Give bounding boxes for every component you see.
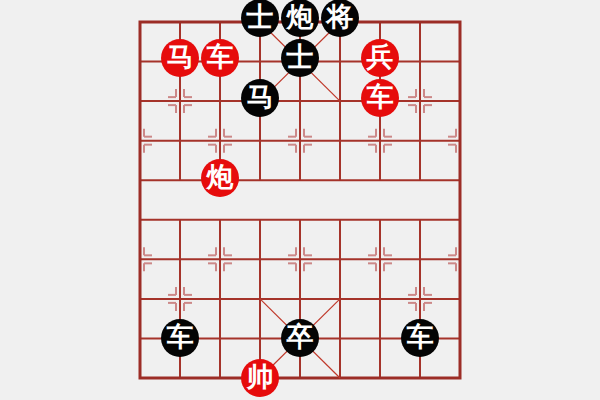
black-advisor-piece[interactable]: 士 — [281, 39, 319, 77]
piece-glyph: 卒 — [287, 324, 314, 351]
piece-glyph: 炮 — [287, 4, 314, 31]
red-chariot-piece[interactable]: 车 — [361, 79, 399, 117]
red-general-piece[interactable]: 帅 — [241, 359, 279, 397]
red-cannon-piece[interactable]: 炮 — [201, 159, 239, 197]
xiangqi-screen: 士炮将马车士兵马车炮车卒车帅 — [0, 0, 600, 400]
black-chariot-piece[interactable]: 车 — [161, 319, 199, 357]
black-advisor-piece[interactable]: 士 — [241, 0, 279, 37]
red-horse-piece[interactable]: 马 — [161, 39, 199, 77]
piece-glyph: 士 — [247, 4, 274, 31]
black-cannon-piece[interactable]: 炮 — [281, 0, 319, 37]
piece-layer: 士炮将马车士兵马车炮车卒车帅 — [120, 0, 480, 398]
piece-glyph: 车 — [367, 84, 394, 111]
piece-glyph: 炮 — [207, 164, 234, 191]
piece-glyph: 车 — [407, 324, 434, 351]
black-general-piece[interactable]: 将 — [321, 0, 359, 37]
piece-glyph: 马 — [247, 84, 274, 111]
piece-glyph: 帅 — [247, 364, 274, 391]
black-soldier-piece[interactable]: 卒 — [281, 319, 319, 357]
piece-glyph: 车 — [207, 44, 234, 71]
red-soldier-piece[interactable]: 兵 — [361, 39, 399, 77]
piece-glyph: 兵 — [367, 44, 394, 71]
piece-glyph: 将 — [327, 4, 354, 31]
piece-glyph: 士 — [287, 44, 314, 71]
piece-glyph: 马 — [167, 44, 194, 71]
black-chariot-piece[interactable]: 车 — [401, 319, 439, 357]
piece-glyph: 车 — [167, 324, 194, 351]
black-horse-piece[interactable]: 马 — [241, 79, 279, 117]
red-chariot-piece[interactable]: 车 — [201, 39, 239, 77]
